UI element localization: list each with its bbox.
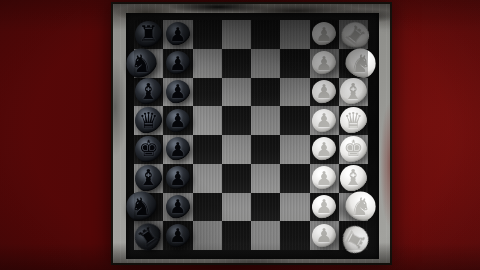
square-r7c1[interactable]: ♞: [134, 193, 163, 222]
square-r4c4[interactable]: [222, 106, 251, 135]
black-king[interactable]: ♚: [135, 136, 162, 163]
chess-board-frame: ♜♟♟♜♞♟♟♞♝♟♟♝♛♟♟♛♚♟♟♚♝♟♟♝♞♟♟♞♜♟♟♜: [111, 2, 392, 265]
square-r6c3[interactable]: [193, 164, 222, 193]
white-pawn[interactable]: ♟: [312, 224, 336, 248]
square-r7c7[interactable]: ♟: [310, 193, 339, 222]
square-r7c8[interactable]: ♞: [339, 193, 368, 222]
square-r2c7[interactable]: ♟: [310, 49, 339, 78]
square-r8c4[interactable]: [222, 221, 251, 250]
black-pawn[interactable]: ♟: [166, 166, 190, 190]
square-r2c3[interactable]: [193, 49, 222, 78]
square-r4c1[interactable]: ♛: [134, 106, 163, 135]
square-r7c2[interactable]: ♟: [163, 193, 192, 222]
square-r6c1[interactable]: ♝: [134, 164, 163, 193]
square-r5c8[interactable]: ♚: [339, 135, 368, 164]
square-r6c8[interactable]: ♝: [339, 164, 368, 193]
square-r4c2[interactable]: ♟: [163, 106, 192, 135]
white-pawn[interactable]: ♟: [312, 80, 336, 104]
square-r1c4[interactable]: [222, 20, 251, 49]
square-r5c3[interactable]: [193, 135, 222, 164]
square-r3c4[interactable]: [222, 78, 251, 107]
white-pawn[interactable]: ♟: [312, 51, 336, 75]
square-r2c8[interactable]: ♞: [339, 49, 368, 78]
square-r6c2[interactable]: ♟: [163, 164, 192, 193]
white-pawn[interactable]: ♟: [312, 166, 336, 190]
square-r8c5[interactable]: [251, 221, 280, 250]
black-knight[interactable]: ♞: [127, 192, 157, 222]
white-knight[interactable]: ♞: [345, 192, 375, 222]
black-bishop[interactable]: ♝: [135, 78, 162, 105]
square-r8c6[interactable]: [280, 221, 309, 250]
square-r4c7[interactable]: ♟: [310, 106, 339, 135]
square-r1c7[interactable]: ♟: [310, 20, 339, 49]
white-knight[interactable]: ♞: [345, 48, 375, 78]
square-r7c3[interactable]: [193, 193, 222, 222]
black-pawn[interactable]: ♟: [166, 224, 190, 248]
square-r5c2[interactable]: ♟: [163, 135, 192, 164]
square-r6c7[interactable]: ♟: [310, 164, 339, 193]
square-r4c5[interactable]: [251, 106, 280, 135]
black-bishop[interactable]: ♝: [135, 165, 162, 192]
white-queen[interactable]: ♛: [340, 107, 367, 134]
square-r2c6[interactable]: [280, 49, 309, 78]
square-r7c5[interactable]: [251, 193, 280, 222]
black-pawn[interactable]: ♟: [166, 195, 190, 219]
black-pawn[interactable]: ♟: [166, 109, 190, 133]
square-r3c6[interactable]: [280, 78, 309, 107]
square-r6c6[interactable]: [280, 164, 309, 193]
square-r1c6[interactable]: [280, 20, 309, 49]
square-r2c4[interactable]: [222, 49, 251, 78]
square-r3c8[interactable]: ♝: [339, 78, 368, 107]
square-r1c1[interactable]: ♜: [134, 20, 163, 49]
square-r7c6[interactable]: [280, 193, 309, 222]
white-pawn[interactable]: ♟: [312, 109, 336, 133]
square-r1c2[interactable]: ♟: [163, 20, 192, 49]
square-r8c1[interactable]: ♜: [134, 221, 163, 250]
square-r6c4[interactable]: [222, 164, 251, 193]
black-pawn[interactable]: ♟: [166, 80, 190, 104]
scene-background: ♜♟♟♜♞♟♟♞♝♟♟♝♛♟♟♛♚♟♟♚♝♟♟♝♞♟♟♞♜♟♟♜: [0, 0, 480, 270]
black-knight[interactable]: ♞: [127, 48, 157, 78]
white-pawn[interactable]: ♟: [312, 22, 336, 46]
white-bishop[interactable]: ♝: [340, 165, 367, 192]
square-r2c1[interactable]: ♞: [134, 49, 163, 78]
square-r8c7[interactable]: ♟: [310, 221, 339, 250]
square-r5c4[interactable]: [222, 135, 251, 164]
square-r3c3[interactable]: [193, 78, 222, 107]
square-r1c8[interactable]: ♜: [339, 20, 368, 49]
black-rook[interactable]: ♜: [135, 21, 162, 48]
square-r3c2[interactable]: ♟: [163, 78, 192, 107]
board-grid: ♜♟♟♜♞♟♟♞♝♟♟♝♛♟♟♛♚♟♟♚♝♟♟♝♞♟♟♞♜♟♟♜: [134, 20, 368, 250]
square-r3c1[interactable]: ♝: [134, 78, 163, 107]
square-r8c2[interactable]: ♟: [163, 221, 192, 250]
black-queen[interactable]: ♛: [135, 107, 162, 134]
black-pawn[interactable]: ♟: [166, 22, 190, 46]
square-r7c4[interactable]: [222, 193, 251, 222]
square-r2c2[interactable]: ♟: [163, 49, 192, 78]
square-r5c1[interactable]: ♚: [134, 135, 163, 164]
white-pawn[interactable]: ♟: [312, 137, 336, 161]
square-r2c5[interactable]: [251, 49, 280, 78]
square-r5c5[interactable]: [251, 135, 280, 164]
black-pawn[interactable]: ♟: [166, 51, 190, 75]
black-pawn[interactable]: ♟: [166, 137, 190, 161]
square-r1c5[interactable]: [251, 20, 280, 49]
square-r6c5[interactable]: [251, 164, 280, 193]
square-r8c3[interactable]: [193, 221, 222, 250]
square-r5c6[interactable]: [280, 135, 309, 164]
square-r3c5[interactable]: [251, 78, 280, 107]
square-r3c7[interactable]: ♟: [310, 78, 339, 107]
square-r5c7[interactable]: ♟: [310, 135, 339, 164]
square-r4c8[interactable]: ♛: [339, 106, 368, 135]
square-r4c3[interactable]: [193, 106, 222, 135]
white-pawn[interactable]: ♟: [312, 195, 336, 219]
white-king[interactable]: ♚: [340, 136, 367, 163]
white-bishop[interactable]: ♝: [340, 78, 367, 105]
square-r1c3[interactable]: [193, 20, 222, 49]
square-r4c6[interactable]: [280, 106, 309, 135]
square-r8c8[interactable]: ♜: [339, 221, 368, 250]
